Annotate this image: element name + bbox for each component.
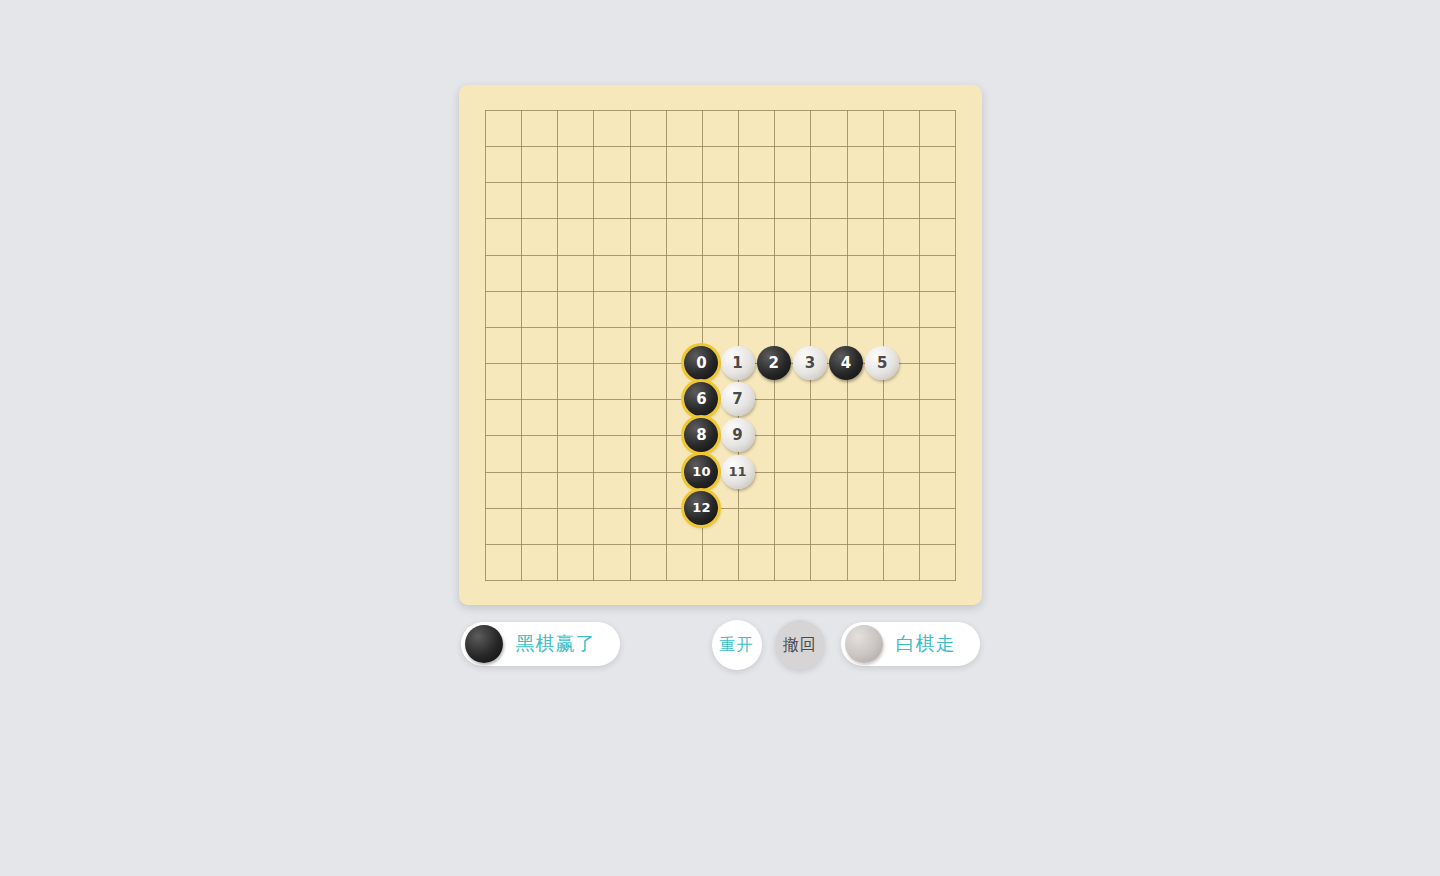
stone-6-black: 6 [684,382,718,416]
stone-7-white: 7 [721,382,755,416]
game-stage: 0123456789101112 黑棋赢了 重开 撤回 白棋走 [459,85,982,672]
stone-11-white: 11 [721,455,755,489]
stone-2-black: 2 [757,346,791,380]
stone-10-black: 10 [684,455,718,489]
stone-4-black: 4 [829,346,863,380]
stone-5-white: 5 [865,346,899,380]
white-status-label: 白棋走 [896,631,956,657]
stone-12-black: 12 [684,491,718,525]
restart-button[interactable]: 重开 [712,620,762,670]
stone-9-white: 9 [721,418,755,452]
black-stone-icon [465,625,503,663]
white-status-pill: 白棋走 [841,622,980,666]
undo-button[interactable]: 撤回 [775,620,825,670]
black-status-pill: 黑棋赢了 [461,622,620,666]
gomoku-board[interactable]: 0123456789101112 [459,85,982,605]
stone-3-white: 3 [793,346,827,380]
stones-layer: 0123456789101112 [485,110,956,581]
controls-bar: 黑棋赢了 重开 撤回 白棋走 [459,620,982,672]
white-stone-icon [845,625,883,663]
stone-0-black: 0 [684,346,718,380]
stone-8-black: 8 [684,418,718,452]
black-status-label: 黑棋赢了 [516,631,596,657]
stone-1-white: 1 [721,346,755,380]
